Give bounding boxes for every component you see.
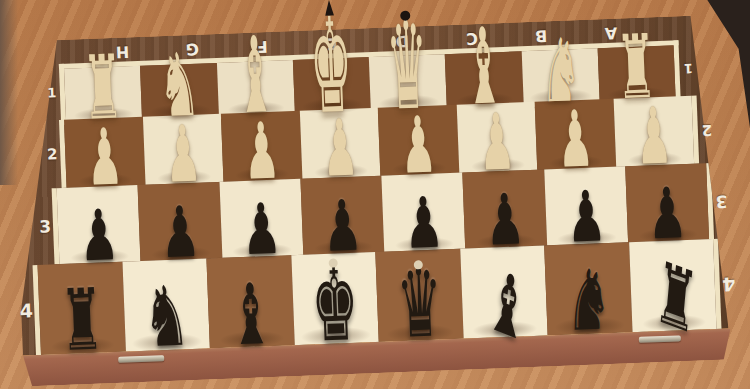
file-label-a: A — [599, 24, 624, 41]
scene: HGFEDCBA 11223344 ♜♞♝♚♛♝♞♜♟♟♟♟♟♟♟♟♟♟♟♟♟♟… — [0, 0, 750, 389]
chess-board: HGFEDCBA 11223344 ♜♞♝♚♛♝♞♜♟♟♟♟♟♟♟♟♟♟♟♟♟♟… — [11, 14, 736, 387]
file-label-c: C — [459, 30, 484, 47]
rank-label-4-left: 4 — [15, 301, 38, 321]
rank-label-2-left: 2 — [41, 146, 64, 162]
hinge-left — [118, 355, 164, 363]
rank-label-2-right: 2 — [695, 121, 720, 137]
rank-label-3-left: 3 — [34, 218, 57, 236]
file-label-d: D — [390, 32, 415, 49]
finial-dark-ball-d1 — [400, 11, 410, 21]
rank-label-1-right: 1 — [676, 61, 700, 75]
rank-label-4-right: 4 — [716, 273, 741, 293]
hinge-right — [639, 335, 681, 343]
file-label-f: F — [250, 38, 275, 55]
finial-light-ball-d4 — [413, 260, 422, 269]
file-label-h: H — [110, 43, 135, 60]
rank-label-3-right: 3 — [709, 192, 734, 210]
file-label-e: E — [320, 35, 345, 52]
file-labels: HGFEDCBA — [11, 14, 722, 41]
file-label-b: B — [529, 27, 554, 44]
file-label-g: G — [180, 40, 205, 57]
rank-label-1-left: 1 — [41, 85, 63, 99]
finial-dark-spike-e1 — [324, 0, 334, 16]
